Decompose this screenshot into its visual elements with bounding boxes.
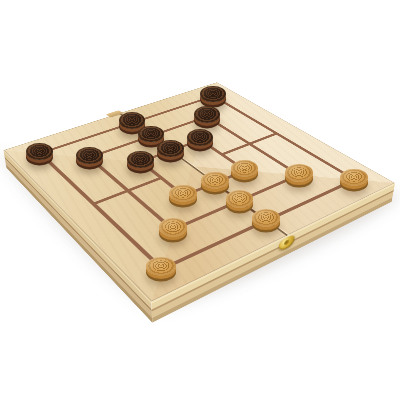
piece-dark-d7[interactable] (119, 112, 145, 129)
piece-light-c3[interactable] (169, 185, 197, 203)
piece-dark-f6[interactable] (194, 106, 220, 123)
piece-light-d2[interactable] (226, 190, 254, 208)
piece-dark-b6[interactable] (76, 147, 103, 164)
pieces-layer (0, 0, 400, 400)
piece-light-b2[interactable] (159, 218, 188, 236)
piece-dark-c5[interactable] (127, 151, 154, 168)
piece-light-d3[interactable] (201, 172, 228, 190)
piece-dark-d6[interactable] (138, 126, 164, 143)
piece-light-f2[interactable] (285, 164, 312, 181)
piece-dark-a7[interactable] (26, 143, 53, 160)
photo-scene (0, 0, 400, 400)
piece-dark-e5[interactable] (187, 129, 213, 146)
piece-light-e3[interactable] (231, 160, 258, 177)
piece-light-g1[interactable] (340, 169, 367, 186)
piece-light-d1[interactable] (252, 209, 280, 227)
piece-light-a1[interactable] (146, 257, 176, 276)
piece-dark-d5[interactable] (157, 140, 184, 157)
piece-dark-g7[interactable] (200, 86, 225, 102)
